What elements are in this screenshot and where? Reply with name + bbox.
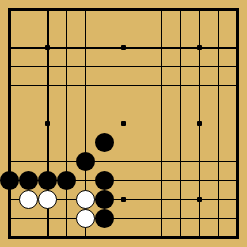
board-point[interactable] (57, 95, 76, 114)
board-point[interactable] (38, 152, 57, 171)
board-point[interactable] (57, 57, 76, 76)
board-point[interactable] (57, 19, 76, 38)
board-point[interactable] (209, 190, 228, 209)
board-point[interactable] (133, 152, 152, 171)
white-stone (76, 209, 95, 228)
board-point[interactable] (19, 57, 38, 76)
board-point[interactable] (19, 152, 38, 171)
board-point[interactable] (0, 133, 19, 152)
board-point[interactable] (19, 133, 38, 152)
board-point[interactable] (152, 95, 171, 114)
board-point[interactable] (228, 57, 247, 76)
board-point[interactable] (0, 114, 19, 133)
board-point[interactable] (0, 228, 19, 247)
board-point[interactable] (190, 228, 209, 247)
board-point[interactable] (133, 209, 152, 228)
board-point[interactable] (76, 209, 95, 228)
board-point[interactable] (114, 76, 133, 95)
board-point[interactable] (57, 38, 76, 57)
board-point[interactable] (38, 76, 57, 95)
black-stone (95, 190, 114, 209)
board-point[interactable] (76, 228, 95, 247)
board-point[interactable] (76, 0, 95, 19)
board-point[interactable] (38, 190, 57, 209)
go-board (0, 0, 247, 247)
board-point[interactable] (57, 209, 76, 228)
board-point[interactable] (95, 152, 114, 171)
board-point[interactable] (171, 171, 190, 190)
board-point[interactable] (95, 95, 114, 114)
board-point[interactable] (228, 133, 247, 152)
board-point[interactable] (95, 114, 114, 133)
board-point[interactable] (209, 0, 228, 19)
board-point[interactable] (19, 19, 38, 38)
board-point[interactable] (38, 95, 57, 114)
board-point[interactable] (114, 171, 133, 190)
board-point[interactable] (171, 209, 190, 228)
board-point[interactable] (95, 0, 114, 19)
board-point[interactable] (209, 209, 228, 228)
board-point[interactable] (76, 133, 95, 152)
black-stone (95, 133, 114, 152)
board-point[interactable] (152, 19, 171, 38)
board-point[interactable] (38, 133, 57, 152)
board-point[interactable] (114, 57, 133, 76)
board-point[interactable] (190, 114, 209, 133)
board-point[interactable] (76, 152, 95, 171)
board-point[interactable] (76, 171, 95, 190)
board-point[interactable] (209, 171, 228, 190)
board-point[interactable] (95, 133, 114, 152)
board-point[interactable] (114, 133, 133, 152)
board-point[interactable] (228, 95, 247, 114)
board-point[interactable] (209, 114, 228, 133)
board-point[interactable] (228, 152, 247, 171)
board-point[interactable] (209, 57, 228, 76)
board-point[interactable] (190, 152, 209, 171)
board-point[interactable] (133, 76, 152, 95)
board-point[interactable] (133, 171, 152, 190)
board-point[interactable] (95, 76, 114, 95)
white-stone (38, 190, 57, 209)
board-point[interactable] (152, 171, 171, 190)
board-point[interactable] (171, 95, 190, 114)
board-point[interactable] (0, 38, 19, 57)
board-point[interactable] (57, 152, 76, 171)
board-point[interactable] (190, 0, 209, 19)
board-point[interactable] (19, 171, 38, 190)
board-point[interactable] (57, 76, 76, 95)
board-point[interactable] (19, 38, 38, 57)
board-point[interactable] (76, 38, 95, 57)
board-point[interactable] (152, 76, 171, 95)
board-point[interactable] (228, 190, 247, 209)
board-point[interactable] (228, 0, 247, 19)
board-point[interactable] (190, 209, 209, 228)
board-point[interactable] (114, 0, 133, 19)
board-point[interactable] (19, 76, 38, 95)
board-point[interactable] (152, 57, 171, 76)
board-point[interactable] (19, 95, 38, 114)
board-point[interactable] (0, 190, 19, 209)
board-point[interactable] (133, 190, 152, 209)
board-point[interactable] (114, 228, 133, 247)
board-point[interactable] (152, 38, 171, 57)
board-point[interactable] (228, 19, 247, 38)
board-point[interactable] (114, 95, 133, 114)
board-point[interactable] (133, 133, 152, 152)
board-point[interactable] (152, 190, 171, 209)
board-point[interactable] (0, 0, 19, 19)
board-point[interactable] (171, 0, 190, 19)
board-point[interactable] (190, 171, 209, 190)
board-point[interactable] (38, 228, 57, 247)
board-point[interactable] (76, 114, 95, 133)
board-point[interactable] (171, 38, 190, 57)
board-point[interactable] (171, 57, 190, 76)
board-point[interactable] (171, 228, 190, 247)
board-point[interactable] (228, 228, 247, 247)
board-point[interactable] (114, 19, 133, 38)
board-point[interactable] (190, 95, 209, 114)
black-stone (76, 152, 95, 171)
board-point[interactable] (0, 171, 19, 190)
board-point[interactable] (95, 38, 114, 57)
board-point[interactable] (76, 57, 95, 76)
board-point[interactable] (190, 19, 209, 38)
black-stone (38, 171, 57, 190)
board-point[interactable] (133, 95, 152, 114)
board-point[interactable] (133, 38, 152, 57)
board-point[interactable] (190, 57, 209, 76)
board-point[interactable] (76, 76, 95, 95)
board-point[interactable] (133, 57, 152, 76)
board-point[interactable] (171, 133, 190, 152)
board-point[interactable] (114, 190, 133, 209)
board-point[interactable] (133, 19, 152, 38)
white-stone (76, 190, 95, 209)
board-point[interactable] (38, 0, 57, 19)
board-point[interactable] (0, 95, 19, 114)
board-point[interactable] (57, 171, 76, 190)
board-point[interactable] (190, 76, 209, 95)
board-point[interactable] (19, 209, 38, 228)
black-stone (57, 171, 76, 190)
board-point[interactable] (171, 152, 190, 171)
board-point[interactable] (171, 76, 190, 95)
board-point[interactable] (209, 38, 228, 57)
board-point[interactable] (19, 0, 38, 19)
board-point[interactable] (190, 190, 209, 209)
board-point[interactable] (114, 209, 133, 228)
black-stone (19, 171, 38, 190)
board-point[interactable] (133, 114, 152, 133)
board-point[interactable] (209, 133, 228, 152)
board-point[interactable] (228, 76, 247, 95)
board-point[interactable] (152, 152, 171, 171)
board-point[interactable] (209, 152, 228, 171)
board-grid (0, 0, 247, 247)
board-point[interactable] (38, 171, 57, 190)
board-point[interactable] (133, 228, 152, 247)
board-point[interactable] (209, 228, 228, 247)
board-point[interactable] (171, 114, 190, 133)
board-point[interactable] (38, 114, 57, 133)
black-stone (95, 171, 114, 190)
black-stone (95, 209, 114, 228)
board-point[interactable] (95, 228, 114, 247)
board-point[interactable] (114, 114, 133, 133)
board-point[interactable] (152, 228, 171, 247)
board-point[interactable] (95, 57, 114, 76)
board-point[interactable] (95, 19, 114, 38)
board-point[interactable] (19, 190, 38, 209)
board-point[interactable] (0, 19, 19, 38)
board-point[interactable] (190, 133, 209, 152)
board-point[interactable] (228, 114, 247, 133)
board-point[interactable] (19, 114, 38, 133)
board-point[interactable] (171, 190, 190, 209)
board-point[interactable] (114, 152, 133, 171)
board-point[interactable] (0, 57, 19, 76)
board-point[interactable] (95, 209, 114, 228)
board-point[interactable] (38, 57, 57, 76)
board-point[interactable] (114, 38, 133, 57)
board-point[interactable] (76, 19, 95, 38)
board-point[interactable] (152, 0, 171, 19)
board-point[interactable] (76, 95, 95, 114)
board-point[interactable] (95, 171, 114, 190)
board-point[interactable] (19, 228, 38, 247)
board-point[interactable] (228, 38, 247, 57)
board-point[interactable] (95, 190, 114, 209)
board-point[interactable] (0, 152, 19, 171)
board-point[interactable] (38, 38, 57, 57)
board-point[interactable] (0, 76, 19, 95)
board-point[interactable] (209, 95, 228, 114)
board-point[interactable] (57, 228, 76, 247)
board-point[interactable] (57, 114, 76, 133)
board-point[interactable] (133, 0, 152, 19)
board-point[interactable] (171, 19, 190, 38)
black-stone (0, 171, 19, 190)
board-point[interactable] (190, 38, 209, 57)
board-point[interactable] (152, 209, 171, 228)
board-point[interactable] (152, 133, 171, 152)
white-stone (19, 190, 38, 209)
board-point[interactable] (57, 0, 76, 19)
board-point[interactable] (152, 114, 171, 133)
board-point[interactable] (57, 190, 76, 209)
board-point[interactable] (209, 76, 228, 95)
board-point[interactable] (76, 190, 95, 209)
board-point[interactable] (228, 209, 247, 228)
board-point[interactable] (38, 209, 57, 228)
board-point[interactable] (57, 133, 76, 152)
board-point[interactable] (209, 19, 228, 38)
board-point[interactable] (0, 209, 19, 228)
board-point[interactable] (228, 171, 247, 190)
board-point[interactable] (38, 19, 57, 38)
